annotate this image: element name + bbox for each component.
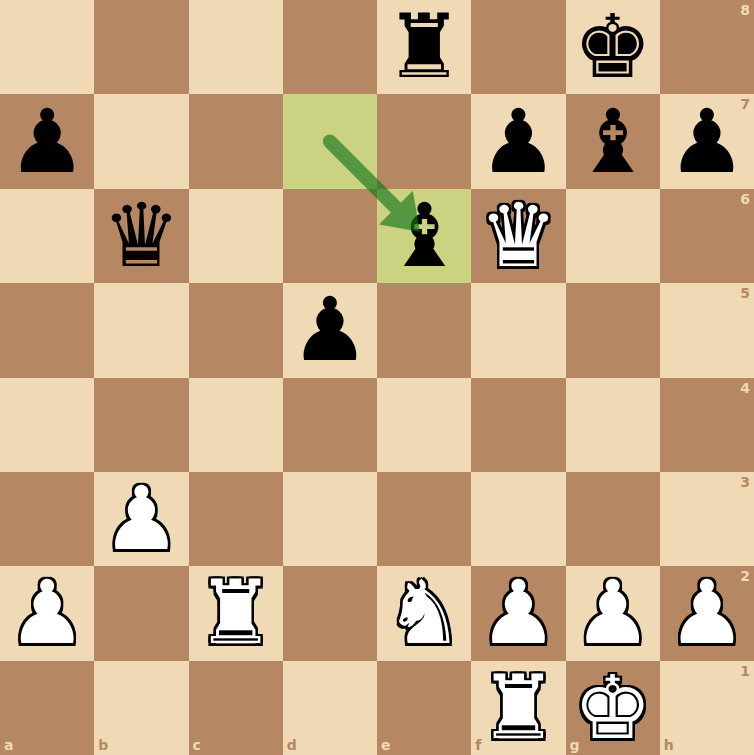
square-g8[interactable]: ♚ xyxy=(566,0,660,94)
square-e6[interactable]: ♝ xyxy=(377,189,471,283)
piece-black-pawn[interactable]: ♟ xyxy=(471,94,565,188)
square-c6[interactable] xyxy=(189,189,283,283)
coord-rank-4: 4 xyxy=(740,380,750,396)
square-d5[interactable]: ♟ xyxy=(283,283,377,377)
square-b4[interactable] xyxy=(94,378,188,472)
board-squares: ♜♚8♟♟♝♟7♛♝♛6♟54♟3♟♜♞♟♟♟2abcde♜f♚gh1 xyxy=(0,0,754,755)
square-d2[interactable] xyxy=(283,566,377,660)
square-e3[interactable] xyxy=(377,472,471,566)
piece-white-queen[interactable]: ♛ xyxy=(471,189,565,283)
square-h2[interactable]: ♟2 xyxy=(660,566,754,660)
square-f3[interactable] xyxy=(471,472,565,566)
square-e8[interactable]: ♜ xyxy=(377,0,471,94)
square-b8[interactable] xyxy=(94,0,188,94)
square-g5[interactable] xyxy=(566,283,660,377)
piece-black-pawn[interactable]: ♟ xyxy=(0,94,94,188)
square-g6[interactable] xyxy=(566,189,660,283)
square-f2[interactable]: ♟ xyxy=(471,566,565,660)
square-e7[interactable] xyxy=(377,94,471,188)
square-c1[interactable]: c xyxy=(189,661,283,755)
square-h1[interactable]: h1 xyxy=(660,661,754,755)
square-g2[interactable]: ♟ xyxy=(566,566,660,660)
square-d4[interactable] xyxy=(283,378,377,472)
square-h4[interactable]: 4 xyxy=(660,378,754,472)
coord-file-e: e xyxy=(381,737,391,753)
coord-rank-8: 8 xyxy=(740,2,750,18)
square-b7[interactable] xyxy=(94,94,188,188)
piece-white-pawn[interactable]: ♟ xyxy=(471,566,565,660)
square-f8[interactable] xyxy=(471,0,565,94)
coord-rank-6: 6 xyxy=(740,191,750,207)
square-d7[interactable] xyxy=(283,94,377,188)
coord-file-a: a xyxy=(4,737,13,753)
piece-black-rook[interactable]: ♜ xyxy=(377,0,471,94)
square-d8[interactable] xyxy=(283,0,377,94)
square-a5[interactable] xyxy=(0,283,94,377)
coord-file-g: g xyxy=(570,737,580,753)
piece-black-queen[interactable]: ♛ xyxy=(94,189,188,283)
piece-black-king[interactable]: ♚ xyxy=(566,0,660,94)
chess-board: ♜♚8♟♟♝♟7♛♝♛6♟54♟3♟♜♞♟♟♟2abcde♜f♚gh1 xyxy=(0,0,754,755)
square-a4[interactable] xyxy=(0,378,94,472)
square-c5[interactable] xyxy=(189,283,283,377)
square-c2[interactable]: ♜ xyxy=(189,566,283,660)
square-f1[interactable]: ♜f xyxy=(471,661,565,755)
square-a3[interactable] xyxy=(0,472,94,566)
square-b2[interactable] xyxy=(94,566,188,660)
piece-white-pawn[interactable]: ♟ xyxy=(0,566,94,660)
square-g1[interactable]: ♚g xyxy=(566,661,660,755)
piece-white-pawn[interactable]: ♟ xyxy=(566,566,660,660)
square-a6[interactable] xyxy=(0,189,94,283)
square-c8[interactable] xyxy=(189,0,283,94)
piece-white-rook[interactable]: ♜ xyxy=(471,661,565,755)
square-h3[interactable]: 3 xyxy=(660,472,754,566)
square-h6[interactable]: 6 xyxy=(660,189,754,283)
square-f4[interactable] xyxy=(471,378,565,472)
square-d3[interactable] xyxy=(283,472,377,566)
square-b3[interactable]: ♟ xyxy=(94,472,188,566)
square-e2[interactable]: ♞ xyxy=(377,566,471,660)
coord-rank-5: 5 xyxy=(740,285,750,301)
square-d1[interactable]: d xyxy=(283,661,377,755)
piece-white-king[interactable]: ♚ xyxy=(566,661,660,755)
square-h8[interactable]: 8 xyxy=(660,0,754,94)
coord-file-b: b xyxy=(98,737,108,753)
coord-rank-3: 3 xyxy=(740,474,750,490)
square-a2[interactable]: ♟ xyxy=(0,566,94,660)
square-h5[interactable]: 5 xyxy=(660,283,754,377)
piece-black-pawn[interactable]: ♟ xyxy=(283,283,377,377)
square-g7[interactable]: ♝ xyxy=(566,94,660,188)
square-g3[interactable] xyxy=(566,472,660,566)
coord-file-f: f xyxy=(475,737,481,753)
square-c7[interactable] xyxy=(189,94,283,188)
square-c4[interactable] xyxy=(189,378,283,472)
piece-black-bishop[interactable]: ♝ xyxy=(566,94,660,188)
square-b5[interactable] xyxy=(94,283,188,377)
coord-file-d: d xyxy=(287,737,297,753)
square-a7[interactable]: ♟ xyxy=(0,94,94,188)
coord-file-h: h xyxy=(664,737,674,753)
coord-rank-7: 7 xyxy=(740,96,750,112)
piece-white-knight[interactable]: ♞ xyxy=(377,566,471,660)
square-f6[interactable]: ♛ xyxy=(471,189,565,283)
piece-white-pawn[interactable]: ♟ xyxy=(94,472,188,566)
coord-file-c: c xyxy=(193,737,201,753)
square-f5[interactable] xyxy=(471,283,565,377)
square-f7[interactable]: ♟ xyxy=(471,94,565,188)
piece-white-rook[interactable]: ♜ xyxy=(189,566,283,660)
coord-rank-2: 2 xyxy=(740,568,750,584)
square-a1[interactable]: a xyxy=(0,661,94,755)
square-g4[interactable] xyxy=(566,378,660,472)
square-a8[interactable] xyxy=(0,0,94,94)
square-b1[interactable]: b xyxy=(94,661,188,755)
square-d6[interactable] xyxy=(283,189,377,283)
piece-black-bishop[interactable]: ♝ xyxy=(377,189,471,283)
square-h7[interactable]: ♟7 xyxy=(660,94,754,188)
square-e4[interactable] xyxy=(377,378,471,472)
square-e1[interactable]: e xyxy=(377,661,471,755)
square-b6[interactable]: ♛ xyxy=(94,189,188,283)
square-e5[interactable] xyxy=(377,283,471,377)
coord-rank-1: 1 xyxy=(740,663,750,679)
square-c3[interactable] xyxy=(189,472,283,566)
